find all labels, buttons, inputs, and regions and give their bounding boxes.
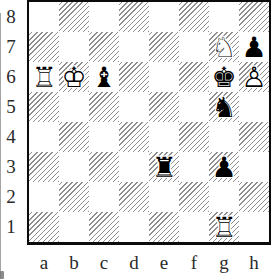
rank-label-5: 5 <box>0 92 22 122</box>
rank-label-7: 7 <box>0 32 22 62</box>
square-e7 <box>149 32 179 62</box>
rank-label-1: 1 <box>0 212 22 242</box>
square-a6: ♜♖ <box>29 62 59 92</box>
square-b6: ♚♔ <box>59 62 89 92</box>
square-c7 <box>89 32 119 62</box>
square-b8 <box>59 2 89 32</box>
square-d4 <box>119 122 149 152</box>
square-g3: ♟♟ <box>209 152 239 182</box>
square-b3 <box>59 152 89 182</box>
file-label-g: g <box>209 249 239 277</box>
file-label-f: f <box>179 249 209 277</box>
square-h2 <box>239 182 269 212</box>
rank-label-2: 2 <box>0 182 22 212</box>
square-c5 <box>89 92 119 122</box>
black-bishop-c6: ♝ <box>89 62 119 92</box>
square-b4 <box>59 122 89 152</box>
square-f6 <box>179 62 209 92</box>
chess-diagram-page: 87654321 ♞♘♟♟♜♖♚♔♝♝♚♚♟♙♞♞♜♜♟♟♜♖ abcdefgh <box>0 0 279 279</box>
square-h8 <box>239 2 269 32</box>
square-d5 <box>119 92 149 122</box>
rank-label-8: 8 <box>0 2 22 32</box>
file-label-h: h <box>239 249 269 277</box>
square-g6: ♚♚ <box>209 62 239 92</box>
square-f5 <box>179 92 209 122</box>
square-h7: ♟♟ <box>239 32 269 62</box>
square-g7: ♞♘ <box>209 32 239 62</box>
square-f7 <box>179 32 209 62</box>
square-h6: ♟♙ <box>239 62 269 92</box>
square-f3 <box>179 152 209 182</box>
square-f1 <box>179 212 209 242</box>
file-label-c: c <box>89 249 119 277</box>
square-g4 <box>209 122 239 152</box>
square-g5: ♞♞ <box>209 92 239 122</box>
black-king-g6: ♚ <box>209 62 239 92</box>
square-h4 <box>239 122 269 152</box>
square-b2 <box>59 182 89 212</box>
white-rook-a6: ♖ <box>29 62 59 92</box>
square-d7 <box>119 32 149 62</box>
square-e5 <box>149 92 179 122</box>
square-a4 <box>29 122 59 152</box>
square-a8 <box>29 2 59 32</box>
square-c4 <box>89 122 119 152</box>
square-c8 <box>89 2 119 32</box>
square-a7 <box>29 32 59 62</box>
square-e8 <box>149 2 179 32</box>
white-pawn-h6: ♙ <box>239 62 269 92</box>
black-pawn-h7: ♟ <box>239 32 269 62</box>
rank-label-6: 6 <box>0 62 22 92</box>
square-h3 <box>239 152 269 182</box>
rank-label-4: 4 <box>0 122 22 152</box>
square-c3 <box>89 152 119 182</box>
white-knight-g7: ♘ <box>209 32 239 62</box>
square-b1 <box>59 212 89 242</box>
file-label-b: b <box>59 249 89 277</box>
chess-board: ♞♘♟♟♜♖♚♔♝♝♚♚♟♙♞♞♜♜♟♟♜♖ <box>27 0 271 245</box>
square-f2 <box>179 182 209 212</box>
square-g1: ♜♖ <box>209 212 239 242</box>
square-a5 <box>29 92 59 122</box>
square-d1 <box>119 212 149 242</box>
black-pawn-g3: ♟ <box>209 152 239 182</box>
scan-corner-artifact <box>0 271 4 279</box>
file-label-d: d <box>119 249 149 277</box>
square-c2 <box>89 182 119 212</box>
square-c1 <box>89 212 119 242</box>
file-label-a: a <box>29 249 59 277</box>
rank-label-3: 3 <box>0 152 22 182</box>
black-rook-e3: ♜ <box>149 152 179 182</box>
square-e3: ♜♜ <box>149 152 179 182</box>
file-label-e: e <box>149 249 179 277</box>
white-king-b6: ♔ <box>59 62 89 92</box>
square-a1 <box>29 212 59 242</box>
square-d8 <box>119 2 149 32</box>
square-f4 <box>179 122 209 152</box>
square-d6 <box>119 62 149 92</box>
square-d2 <box>119 182 149 212</box>
square-f8 <box>179 2 209 32</box>
square-d3 <box>119 152 149 182</box>
square-h5 <box>239 92 269 122</box>
white-rook-g1: ♖ <box>209 212 239 242</box>
black-knight-g5: ♞ <box>209 92 239 122</box>
square-h1 <box>239 212 269 242</box>
square-e2 <box>149 182 179 212</box>
square-e6 <box>149 62 179 92</box>
square-g8 <box>209 2 239 32</box>
square-e1 <box>149 212 179 242</box>
square-e4 <box>149 122 179 152</box>
square-a3 <box>29 152 59 182</box>
square-a2 <box>29 182 59 212</box>
square-b5 <box>59 92 89 122</box>
square-g2 <box>209 182 239 212</box>
square-c6: ♝♝ <box>89 62 119 92</box>
square-b7 <box>59 32 89 62</box>
